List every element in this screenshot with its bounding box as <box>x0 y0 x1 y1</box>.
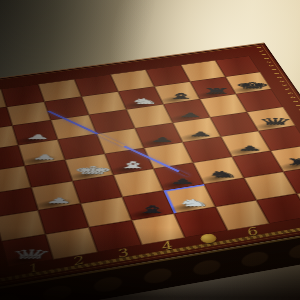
white-king-d3[interactable]: ♚ <box>71 165 114 176</box>
square-b4[interactable]: ♝ <box>122 191 174 221</box>
white-bishop-d4[interactable]: ♝ <box>115 160 152 169</box>
white-knight-b5[interactable]: ♞ <box>176 198 212 208</box>
black-pawn-d7[interactable]: ♟ <box>237 145 264 152</box>
black-pawn-f6[interactable]: ♟ <box>178 112 204 118</box>
black-rook-g7[interactable]: ♜ <box>201 87 233 95</box>
black-bishop-b4[interactable]: ♝ <box>133 204 171 214</box>
black-king-g8[interactable]: ♚ <box>234 81 272 90</box>
square-d1[interactable] <box>0 166 31 194</box>
square-c4[interactable] <box>113 169 163 197</box>
white-pawn-f2[interactable]: ♟ <box>24 134 52 141</box>
chess-game-screenshot: ♞♝♜♚♟♟♟♟♟♛♚♝♟♟♟♞♜♝♞♛ 123456 <box>0 0 300 300</box>
white-knight-g5[interactable]: ♞ <box>128 97 160 105</box>
board-scene: ♞♝♜♚♟♟♟♟♟♛♚♝♟♟♟♞♜♝♞♛ 123456 <box>0 0 300 300</box>
black-pawn-e6[interactable]: ♟ <box>187 131 214 138</box>
piece-shadow <box>23 194 82 215</box>
piece-shadow <box>116 204 176 225</box>
square-b7[interactable] <box>244 172 297 200</box>
piece-shadow <box>158 197 218 218</box>
black-rook-c8[interactable]: ♜ <box>283 157 300 166</box>
black-bishop-g6[interactable]: ♝ <box>164 92 197 100</box>
square-c8[interactable]: ♜ <box>271 145 300 172</box>
piece-shadow <box>148 175 206 195</box>
square-a8[interactable] <box>297 187 300 217</box>
white-queen-a1[interactable]: ♛ <box>8 248 54 261</box>
square-c2[interactable]: ♟ <box>31 181 80 210</box>
square-b2[interactable] <box>38 204 89 235</box>
chess-board-3d: ♞♝♜♚♟♟♟♟♟♛♚♝♟♟♟♞♜♝♞♛ 123456 <box>0 43 300 290</box>
black-queen-e8[interactable]: ♛ <box>257 117 295 126</box>
piece-shadow <box>58 166 115 185</box>
square-b8[interactable] <box>283 166 300 194</box>
square-a7[interactable] <box>256 194 300 224</box>
black-pawn-e5[interactable]: ♟ <box>149 136 176 143</box>
